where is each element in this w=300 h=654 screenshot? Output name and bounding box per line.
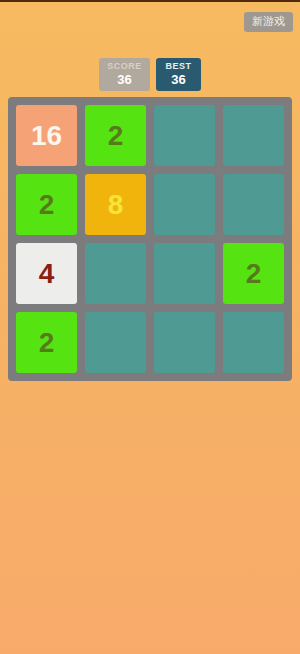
top-border-line	[0, 0, 300, 2]
empty-cell	[154, 243, 215, 304]
best-box: BEST 36	[156, 58, 201, 91]
score-box: SCORE 36	[99, 58, 150, 91]
score-value: 36	[99, 72, 150, 88]
score-label: SCORE	[99, 62, 150, 72]
empty-cell	[154, 312, 215, 373]
empty-cell	[85, 243, 146, 304]
tile-2: 2	[16, 312, 77, 373]
empty-cell	[223, 174, 284, 235]
empty-cell	[154, 174, 215, 235]
empty-cell	[154, 105, 215, 166]
app-background: 新游戏 SCORE 36 BEST 36 16228422	[0, 0, 300, 654]
empty-cell	[223, 312, 284, 373]
tile-2: 2	[223, 243, 284, 304]
tile-2: 2	[85, 105, 146, 166]
empty-cell	[85, 312, 146, 373]
tile-16: 16	[16, 105, 77, 166]
score-row: SCORE 36 BEST 36	[0, 58, 300, 91]
best-value: 36	[156, 72, 201, 88]
empty-cell	[223, 105, 284, 166]
tile-8: 8	[85, 174, 146, 235]
new-game-button[interactable]: 新游戏	[244, 12, 293, 32]
best-label: BEST	[156, 62, 201, 72]
tile-4: 4	[16, 243, 77, 304]
game-board[interactable]: 16228422	[8, 97, 292, 381]
tile-2: 2	[16, 174, 77, 235]
